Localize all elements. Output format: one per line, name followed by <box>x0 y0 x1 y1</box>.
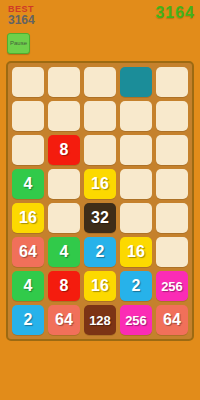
tile-128-r7c2: 128 <box>84 305 116 335</box>
cell-empty-r0c1 <box>48 67 80 97</box>
cell-new-spawn-r0c3 <box>120 67 152 97</box>
tile-16-r3c2: 16 <box>84 169 116 199</box>
cell-empty-r2c3 <box>120 135 152 165</box>
cell-empty-r3c4 <box>156 169 188 199</box>
top-bar: BEST 3164 3164 <box>0 0 200 30</box>
tile-8-r2c1: 8 <box>48 135 80 165</box>
tile-2-r5c2: 2 <box>84 237 116 267</box>
tile-16-r4c0: 16 <box>12 203 44 233</box>
tile-2-r6c3: 2 <box>120 271 152 301</box>
cell-empty-r5c4 <box>156 237 188 267</box>
cell-empty-r4c4 <box>156 203 188 233</box>
tile-16-r6c2: 16 <box>84 271 116 301</box>
tile-2-r7c0: 2 <box>12 305 44 335</box>
tile-16-r5c3: 16 <box>120 237 152 267</box>
tile-64-r7c1: 64 <box>48 305 80 335</box>
cell-empty-r1c0 <box>12 101 44 131</box>
tile-4-r6c0: 4 <box>12 271 44 301</box>
cell-empty-r4c1 <box>48 203 80 233</box>
board-grid[interactable]: 841616326442164816225626412825664 <box>8 63 192 339</box>
current-score-value: 3164 <box>155 4 195 22</box>
cell-empty-r2c0 <box>12 135 44 165</box>
tile-64-r7c4: 64 <box>156 305 188 335</box>
tile-32-r4c2: 32 <box>84 203 116 233</box>
cell-empty-r3c3 <box>120 169 152 199</box>
cell-empty-r3c1 <box>48 169 80 199</box>
tile-8-r6c1: 8 <box>48 271 80 301</box>
cell-empty-r1c2 <box>84 101 116 131</box>
tile-4-r3c0: 4 <box>12 169 44 199</box>
cell-empty-r0c2 <box>84 67 116 97</box>
cell-empty-r2c2 <box>84 135 116 165</box>
tile-256-r6c4: 256 <box>156 271 188 301</box>
tile-256-r7c3: 256 <box>120 305 152 335</box>
cell-empty-r0c0 <box>12 67 44 97</box>
cell-empty-r4c3 <box>120 203 152 233</box>
best-score-value: 3164 <box>8 13 35 27</box>
cell-empty-r0c4 <box>156 67 188 97</box>
cell-empty-r1c1 <box>48 101 80 131</box>
pause-button[interactable]: Pause <box>7 33 30 54</box>
tile-4-r5c1: 4 <box>48 237 80 267</box>
cell-empty-r1c4 <box>156 101 188 131</box>
cell-empty-r1c3 <box>120 101 152 131</box>
tile-64-r5c0: 64 <box>12 237 44 267</box>
cell-empty-r2c4 <box>156 135 188 165</box>
game-board[interactable]: 841616326442164816225626412825664 <box>6 61 194 341</box>
